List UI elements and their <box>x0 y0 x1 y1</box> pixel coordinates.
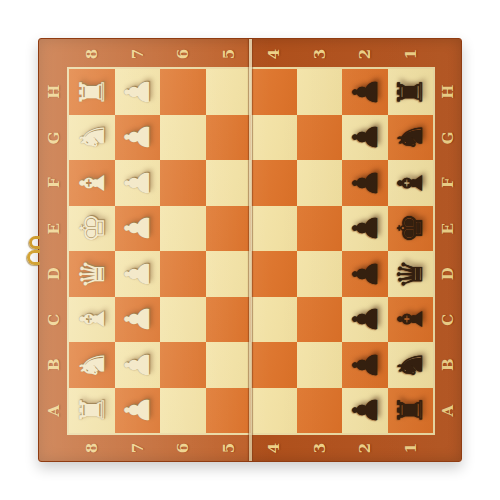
square-a4 <box>251 388 297 434</box>
square-f5 <box>206 160 252 206</box>
square-f2: ♟ <box>342 160 388 206</box>
square-c2: ♟ <box>342 297 388 343</box>
black-pawn-e2: ♟ <box>348 213 382 243</box>
clasp-ring <box>29 236 40 249</box>
square-c3 <box>297 297 343 343</box>
square-e1: ♚ <box>388 206 434 252</box>
square-g8: ♞ <box>69 115 115 161</box>
square-d1: ♛ <box>388 251 434 297</box>
square-g2: ♟ <box>342 115 388 161</box>
square-a6 <box>160 388 206 434</box>
file-labels-right: HGFEDCBA <box>433 69 463 433</box>
white-knight-g8: ♞ <box>75 122 109 152</box>
white-rook-a8: ♜ <box>75 395 109 425</box>
square-g1: ♞ <box>388 115 434 161</box>
white-king-e8: ♚ <box>75 213 109 243</box>
square-h2: ♟ <box>342 69 388 115</box>
black-rook-a1: ♜ <box>393 395 427 425</box>
square-f6 <box>160 160 206 206</box>
square-c4 <box>251 297 297 343</box>
white-pawn-d7: ♟ <box>120 259 154 289</box>
black-pawn-f2: ♟ <box>348 168 382 198</box>
black-pawn-c2: ♟ <box>348 304 382 334</box>
square-g3 <box>297 115 343 161</box>
white-bishop-c8: ♝ <box>75 304 109 334</box>
square-b5 <box>206 342 252 388</box>
square-h4 <box>251 69 297 115</box>
square-e8: ♚ <box>69 206 115 252</box>
black-bishop-c1: ♝ <box>393 304 427 334</box>
white-pawn-c7: ♟ <box>120 304 154 334</box>
square-h6 <box>160 69 206 115</box>
brass-clasp <box>27 236 41 268</box>
square-h5 <box>206 69 252 115</box>
square-d5 <box>206 251 252 297</box>
square-f1: ♝ <box>388 160 434 206</box>
square-a7: ♟ <box>115 388 161 434</box>
square-b8: ♞ <box>69 342 115 388</box>
square-b4 <box>251 342 297 388</box>
square-g7: ♟ <box>115 115 161 161</box>
square-h3 <box>297 69 343 115</box>
black-pawn-d2: ♟ <box>348 259 382 289</box>
fold-seam <box>249 39 252 461</box>
file-labels-left: HGFEDCBA <box>39 69 69 433</box>
black-pawn-a2: ♟ <box>348 395 382 425</box>
square-d8: ♛ <box>69 251 115 297</box>
square-c8: ♝ <box>69 297 115 343</box>
square-e5 <box>206 206 252 252</box>
black-knight-g1: ♞ <box>393 122 427 152</box>
white-pawn-b7: ♟ <box>120 350 154 380</box>
square-f4 <box>251 160 297 206</box>
square-e3 <box>297 206 343 252</box>
black-pawn-b2: ♟ <box>348 350 382 380</box>
square-d4 <box>251 251 297 297</box>
square-d6 <box>160 251 206 297</box>
square-a1: ♜ <box>388 388 434 434</box>
white-bishop-f8: ♝ <box>75 168 109 198</box>
square-c1: ♝ <box>388 297 434 343</box>
white-pawn-e7: ♟ <box>120 213 154 243</box>
white-pawn-g7: ♟ <box>120 122 154 152</box>
square-e6 <box>160 206 206 252</box>
square-a2: ♟ <box>342 388 388 434</box>
square-h7: ♟ <box>115 69 161 115</box>
black-rook-h1: ♜ <box>393 77 427 107</box>
white-knight-b8: ♞ <box>75 350 109 380</box>
square-g6 <box>160 115 206 161</box>
white-queen-d8: ♛ <box>75 259 109 289</box>
black-bishop-f1: ♝ <box>393 168 427 198</box>
square-c7: ♟ <box>115 297 161 343</box>
black-king-e1: ♚ <box>393 213 427 243</box>
square-e2: ♟ <box>342 206 388 252</box>
square-c6 <box>160 297 206 343</box>
square-b7: ♟ <box>115 342 161 388</box>
square-a8: ♜ <box>69 388 115 434</box>
square-e7: ♟ <box>115 206 161 252</box>
white-pawn-h7: ♟ <box>120 77 154 107</box>
square-h1: ♜ <box>388 69 434 115</box>
square-f3 <box>297 160 343 206</box>
white-rook-h8: ♜ <box>75 77 109 107</box>
square-d7: ♟ <box>115 251 161 297</box>
square-a3 <box>297 388 343 434</box>
square-f7: ♟ <box>115 160 161 206</box>
square-d3 <box>297 251 343 297</box>
square-b3 <box>297 342 343 388</box>
square-f8: ♝ <box>69 160 115 206</box>
square-b2: ♟ <box>342 342 388 388</box>
square-e4 <box>251 206 297 252</box>
black-pawn-g2: ♟ <box>348 122 382 152</box>
square-d2: ♟ <box>342 251 388 297</box>
square-b6 <box>160 342 206 388</box>
square-g4 <box>251 115 297 161</box>
square-b1: ♞ <box>388 342 434 388</box>
square-g5 <box>206 115 252 161</box>
white-pawn-f7: ♟ <box>120 168 154 198</box>
black-pawn-h2: ♟ <box>348 77 382 107</box>
white-pawn-a7: ♟ <box>120 395 154 425</box>
square-c5 <box>206 297 252 343</box>
square-h8: ♜ <box>69 69 115 115</box>
black-queen-d1: ♛ <box>393 259 427 289</box>
square-a5 <box>206 388 252 434</box>
chess-board: 87654321 87654321 HGFEDCBA HGFEDCBA ♜♟♟♜… <box>38 38 462 462</box>
black-knight-b1: ♞ <box>393 350 427 380</box>
clasp-hook-icon <box>27 250 40 265</box>
